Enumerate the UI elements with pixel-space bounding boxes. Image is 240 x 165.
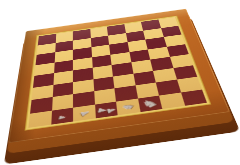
square-h2[interactable] bbox=[177, 77, 202, 93]
fallen-white-pawn[interactable]: ♟ bbox=[78, 109, 91, 118]
square-f4[interactable] bbox=[131, 60, 153, 74]
square-g1[interactable] bbox=[159, 92, 185, 109]
fallen-white-pawn[interactable]: ♟ bbox=[95, 107, 107, 113]
square-b2[interactable] bbox=[52, 94, 73, 110]
square-e4[interactable] bbox=[112, 62, 133, 76]
chessboard-scene: ♟♟♟♟♞♞ bbox=[0, 0, 240, 165]
board-tilt-wrapper: ♟♟♟♟♞♞ bbox=[0, 0, 240, 165]
square-c4[interactable] bbox=[73, 68, 93, 82]
square-d3[interactable] bbox=[93, 76, 114, 91]
square-d1[interactable]: ♟♟ bbox=[94, 101, 117, 118]
fallen-white-knight[interactable]: ♞ bbox=[120, 102, 136, 112]
chess-board-grid[interactable]: ♟♟♟♟♞♞ bbox=[28, 17, 207, 128]
square-c3[interactable] bbox=[73, 79, 94, 94]
board-inlay-border: ♟♟♟♟♞♞ bbox=[25, 16, 212, 131]
square-e2[interactable] bbox=[114, 85, 137, 101]
square-b1[interactable]: ♟ bbox=[51, 107, 73, 124]
square-h4[interactable] bbox=[169, 54, 192, 68]
perspective-container: ♟♟♟♟♞♞ bbox=[0, 0, 240, 165]
fallen-white-pawn[interactable]: ♟ bbox=[56, 115, 65, 120]
square-a2[interactable] bbox=[30, 97, 52, 113]
board-3d-plane: ♟♟♟♟♞♞ bbox=[8, 9, 230, 144]
square-c2[interactable] bbox=[73, 91, 95, 107]
square-e1[interactable]: ♞ bbox=[116, 98, 140, 115]
square-h3[interactable] bbox=[173, 65, 197, 80]
square-g2[interactable] bbox=[156, 80, 181, 96]
square-b3[interactable] bbox=[52, 82, 73, 97]
fallen-white-knight[interactable]: ♞ bbox=[139, 97, 160, 111]
square-f1[interactable]: ♞ bbox=[137, 95, 162, 112]
square-g4[interactable] bbox=[150, 57, 173, 71]
fallen-white-pawn[interactable]: ♟ bbox=[105, 106, 117, 114]
square-c1[interactable]: ♟ bbox=[73, 104, 95, 121]
square-f2[interactable] bbox=[135, 82, 159, 98]
square-a4[interactable] bbox=[33, 73, 54, 87]
square-d2[interactable] bbox=[94, 88, 116, 104]
board-grid-wrap: ♟♟♟♟♞♞ bbox=[28, 17, 207, 128]
square-a1[interactable] bbox=[28, 110, 51, 127]
square-h1[interactable] bbox=[180, 89, 207, 106]
square-d4[interactable] bbox=[92, 65, 113, 79]
square-g3[interactable] bbox=[153, 68, 177, 83]
square-f3[interactable] bbox=[133, 71, 156, 86]
square-a3[interactable] bbox=[32, 85, 53, 100]
square-b4[interactable] bbox=[53, 70, 73, 84]
square-e3[interactable] bbox=[113, 73, 135, 88]
